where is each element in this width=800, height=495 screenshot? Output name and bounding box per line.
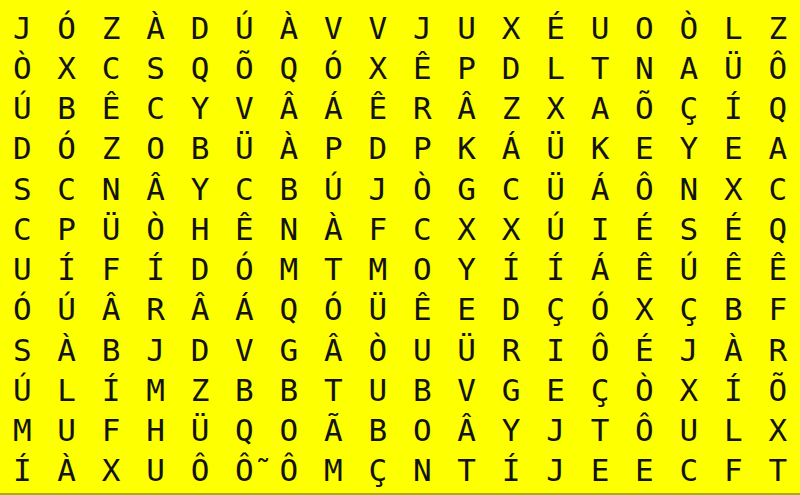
grid-cell[interactable]: U	[667, 411, 711, 451]
grid-cell[interactable]: Â	[444, 411, 488, 451]
grid-cell[interactable]: Ô	[578, 330, 622, 370]
grid-cell[interactable]: L	[44, 370, 88, 410]
grid-cell[interactable]: U	[133, 451, 177, 491]
grid-cell[interactable]: E	[444, 290, 488, 330]
grid-cell[interactable]: E	[622, 129, 666, 169]
grid-cell[interactable]: T	[444, 451, 488, 491]
grid-cell[interactable]: À	[267, 129, 311, 169]
grid-cell[interactable]: B	[222, 370, 266, 410]
grid-cell[interactable]: É	[711, 209, 755, 249]
grid-cell[interactable]: S	[0, 169, 44, 209]
grid-cell[interactable]: B	[711, 290, 755, 330]
grid-cell[interactable]: Q	[178, 48, 222, 88]
grid-cell[interactable]: U	[0, 250, 44, 290]
grid-cell[interactable]: V	[222, 330, 266, 370]
grid-cell[interactable]: Z	[489, 89, 533, 129]
grid-cell[interactable]: Ò	[0, 48, 44, 88]
grid-cell[interactable]: K	[444, 129, 488, 169]
grid-cell[interactable]: C	[756, 169, 800, 209]
grid-cell[interactable]: Ô	[756, 48, 800, 88]
grid-cell[interactable]: X	[533, 89, 577, 129]
grid-cell[interactable]: Â	[444, 89, 488, 129]
grid-cell[interactable]: N	[89, 169, 133, 209]
grid-cell[interactable]: J	[400, 8, 444, 48]
grid-cell[interactable]: T	[311, 250, 355, 290]
grid-cell[interactable]: C	[0, 209, 44, 249]
grid-cell[interactable]: S	[133, 48, 177, 88]
grid-cell[interactable]: Ç	[667, 89, 711, 129]
grid-cell[interactable]: Â	[178, 290, 222, 330]
grid-cell[interactable]: Ã	[311, 411, 355, 451]
grid-cell[interactable]: U	[356, 370, 400, 410]
grid-cell[interactable]: É	[533, 8, 577, 48]
grid-cell[interactable]: P	[44, 209, 88, 249]
grid-cell[interactable]: Ü	[533, 169, 577, 209]
grid-cell[interactable]: P	[400, 129, 444, 169]
grid-cell[interactable]: Ü	[178, 411, 222, 451]
grid-cell[interactable]: V	[311, 8, 355, 48]
grid-cell[interactable]: Ỗ	[222, 451, 266, 491]
grid-cell[interactable]: E	[711, 129, 755, 169]
grid-cell[interactable]: M	[311, 451, 355, 491]
grid-cell[interactable]: Â	[89, 290, 133, 330]
grid-cell[interactable]: Ô	[178, 451, 222, 491]
grid-cell[interactable]: Y	[178, 89, 222, 129]
grid-cell[interactable]: À	[133, 8, 177, 48]
grid-cell[interactable]: C	[222, 169, 266, 209]
grid-cell[interactable]: F	[711, 451, 755, 491]
grid-cell[interactable]: B	[44, 89, 88, 129]
grid-cell[interactable]: Ü	[89, 209, 133, 249]
grid-cell[interactable]: Ô	[622, 169, 666, 209]
grid-cell[interactable]: Ü	[444, 330, 488, 370]
grid-cell[interactable]: F	[356, 209, 400, 249]
grid-cell[interactable]: Z	[89, 8, 133, 48]
grid-cell[interactable]: Q	[756, 209, 800, 249]
grid-cell[interactable]: B	[267, 370, 311, 410]
grid-cell[interactable]: R	[756, 330, 800, 370]
grid-cell[interactable]: Ê	[89, 89, 133, 129]
grid-cell[interactable]: Â	[133, 169, 177, 209]
grid-cell[interactable]: Ê	[622, 250, 666, 290]
grid-cell[interactable]: Á	[578, 250, 622, 290]
grid-cell[interactable]: B	[89, 330, 133, 370]
grid-cell[interactable]: N	[400, 451, 444, 491]
grid-cell[interactable]: B	[267, 169, 311, 209]
grid-cell[interactable]: O	[400, 411, 444, 451]
grid-cell[interactable]: Q	[267, 290, 311, 330]
grid-cell[interactable]: E	[622, 451, 666, 491]
grid-cell[interactable]: Ú	[44, 290, 88, 330]
grid-cell[interactable]: Ó	[311, 290, 355, 330]
grid-cell[interactable]: T	[756, 451, 800, 491]
grid-cell[interactable]: D	[356, 129, 400, 169]
grid-cell[interactable]: Q	[756, 89, 800, 129]
grid-cell[interactable]: M	[356, 250, 400, 290]
grid-cell[interactable]: Ç	[533, 290, 577, 330]
grid-cell[interactable]: M	[0, 411, 44, 451]
grid-cell[interactable]: Â	[311, 330, 355, 370]
grid-cell[interactable]: Ü	[711, 48, 755, 88]
grid-cell[interactable]: Ç	[356, 451, 400, 491]
grid-cell[interactable]: Q	[267, 48, 311, 88]
grid-cell[interactable]: Á	[311, 89, 355, 129]
grid-cell[interactable]: C	[133, 89, 177, 129]
grid-cell[interactable]: C	[44, 169, 88, 209]
grid-cell[interactable]: X	[356, 48, 400, 88]
grid-cell[interactable]: T	[578, 411, 622, 451]
grid-cell[interactable]: J	[133, 330, 177, 370]
grid-cell[interactable]: Í	[489, 451, 533, 491]
grid-cell[interactable]: Í	[533, 250, 577, 290]
grid-cell[interactable]: Ú	[222, 8, 266, 48]
grid-cell[interactable]: Í	[44, 250, 88, 290]
grid-cell[interactable]: Ò	[133, 209, 177, 249]
grid-cell[interactable]: Q	[222, 411, 266, 451]
grid-cell[interactable]: X	[667, 370, 711, 410]
grid-cell[interactable]: Ê	[711, 250, 755, 290]
grid-cell[interactable]: H	[178, 209, 222, 249]
grid-cell[interactable]: Ò	[667, 8, 711, 48]
grid-cell[interactable]: E	[533, 370, 577, 410]
grid-cell[interactable]: Í	[89, 370, 133, 410]
grid-cell[interactable]: I	[533, 330, 577, 370]
grid-cell[interactable]: F	[89, 411, 133, 451]
grid-cell[interactable]: J	[533, 451, 577, 491]
grid-cell[interactable]: Ú	[0, 370, 44, 410]
grid-cell[interactable]: M	[267, 250, 311, 290]
grid-cell[interactable]: B	[356, 411, 400, 451]
grid-cell[interactable]: G	[444, 169, 488, 209]
grid-cell[interactable]: D	[178, 250, 222, 290]
grid-cell[interactable]: N	[667, 169, 711, 209]
grid-cell[interactable]: V	[222, 89, 266, 129]
grid-cell[interactable]: Ô	[267, 451, 311, 491]
grid-cell[interactable]: Í	[711, 370, 755, 410]
grid-cell[interactable]: O	[267, 411, 311, 451]
grid-cell[interactable]: E	[578, 451, 622, 491]
grid-cell[interactable]: Ú	[533, 209, 577, 249]
grid-cell[interactable]: Y	[667, 129, 711, 169]
grid-cell[interactable]: T	[311, 370, 355, 410]
grid-cell[interactable]: D	[489, 48, 533, 88]
grid-cell[interactable]: Õ	[622, 89, 666, 129]
grid-cell[interactable]: G	[267, 330, 311, 370]
grid-cell[interactable]: S	[667, 209, 711, 249]
grid-cell[interactable]: Õ	[222, 48, 266, 88]
grid-cell[interactable]: U	[400, 330, 444, 370]
grid-cell[interactable]: Á	[578, 169, 622, 209]
grid-cell[interactable]: F	[89, 250, 133, 290]
grid-cell[interactable]: Ó	[44, 129, 88, 169]
grid-cell[interactable]: À	[711, 330, 755, 370]
grid-cell[interactable]: Á	[489, 129, 533, 169]
grid-cell[interactable]: Í	[711, 89, 755, 129]
grid-cell[interactable]: N	[267, 209, 311, 249]
grid-cell[interactable]: T	[578, 48, 622, 88]
grid-cell[interactable]: J	[356, 169, 400, 209]
grid-cell[interactable]: Ê	[400, 290, 444, 330]
grid-cell[interactable]: X	[489, 209, 533, 249]
grid-cell[interactable]: Ú	[667, 250, 711, 290]
grid-cell[interactable]: Í	[0, 451, 44, 491]
grid-cell[interactable]: J	[0, 8, 44, 48]
grid-cell[interactable]: N	[622, 48, 666, 88]
grid-cell[interactable]: A	[578, 89, 622, 129]
grid-cell[interactable]: À	[44, 330, 88, 370]
grid-cell[interactable]: X	[44, 48, 88, 88]
grid-cell[interactable]: H	[133, 411, 177, 451]
grid-cell[interactable]: À	[44, 451, 88, 491]
grid-cell[interactable]: Ü	[356, 290, 400, 330]
grid-cell[interactable]: K	[578, 129, 622, 169]
grid-cell[interactable]: Ò	[400, 169, 444, 209]
grid-cell[interactable]: L	[533, 48, 577, 88]
grid-cell[interactable]: Z	[178, 370, 222, 410]
grid-cell[interactable]: À	[311, 209, 355, 249]
word-search-board: JÓZÀDÚÀVVJUXÉUOÒLZÒXCSQÕQÓXÊPDLTNAÜÔÚBÊC…	[0, 0, 800, 495]
grid-cell[interactable]: X	[622, 290, 666, 330]
grid-cell[interactable]: X	[89, 451, 133, 491]
grid-cell[interactable]: J	[667, 330, 711, 370]
grid-cell[interactable]: A	[667, 48, 711, 88]
grid-cell[interactable]: A	[756, 129, 800, 169]
grid-cell[interactable]: Ó	[222, 250, 266, 290]
grid-cell[interactable]: À	[267, 8, 311, 48]
grid-cell[interactable]: C	[489, 169, 533, 209]
grid-cell[interactable]: Y	[489, 411, 533, 451]
grid-cell[interactable]: Y	[444, 250, 488, 290]
grid-cell[interactable]: Í	[489, 250, 533, 290]
grid-cell[interactable]: Ó	[0, 290, 44, 330]
grid-cell[interactable]: V	[444, 370, 488, 410]
grid-cell[interactable]: Ú	[311, 169, 355, 209]
grid-cell[interactable]: L	[711, 8, 755, 48]
grid-cell[interactable]: D	[489, 290, 533, 330]
grid-cell[interactable]: L	[711, 411, 755, 451]
grid-cell[interactable]: Ü	[533, 129, 577, 169]
grid-cell[interactable]: U	[44, 411, 88, 451]
grid-cell[interactable]: B	[400, 370, 444, 410]
grid-cell[interactable]: Õ	[756, 370, 800, 410]
grid-cell[interactable]: Ç	[667, 290, 711, 330]
grid-cell[interactable]: Ê	[356, 89, 400, 129]
grid-cell[interactable]: U	[578, 8, 622, 48]
grid-cell[interactable]: X	[444, 209, 488, 249]
grid-cell[interactable]: O	[622, 8, 666, 48]
grid-cell[interactable]: G	[489, 370, 533, 410]
grid-cell[interactable]: O	[133, 129, 177, 169]
grid-cell[interactable]: J	[533, 411, 577, 451]
grid-cell[interactable]: R	[400, 89, 444, 129]
grid-cell[interactable]: R	[133, 290, 177, 330]
grid-cell[interactable]: É	[622, 209, 666, 249]
grid-cell[interactable]: Ó	[578, 290, 622, 330]
grid-cell[interactable]: Á	[222, 290, 266, 330]
grid-cell[interactable]: Ô	[622, 411, 666, 451]
grid-cell[interactable]: Ó	[44, 8, 88, 48]
grid-cell[interactable]: S	[0, 330, 44, 370]
grid-cell[interactable]: X	[711, 169, 755, 209]
grid-cell[interactable]: D	[178, 330, 222, 370]
grid-cell[interactable]: Ç	[578, 370, 622, 410]
grid-cell[interactable]: C	[667, 451, 711, 491]
grid-cell[interactable]: I	[578, 209, 622, 249]
grid-cell[interactable]: D	[0, 129, 44, 169]
grid-cell[interactable]: P	[311, 129, 355, 169]
grid-cell[interactable]: O	[400, 250, 444, 290]
grid-cell[interactable]: Í	[133, 250, 177, 290]
grid-cell[interactable]: D	[178, 8, 222, 48]
grid-cell[interactable]: C	[400, 209, 444, 249]
grid-cell[interactable]: C	[89, 48, 133, 88]
grid-cell[interactable]: É	[622, 330, 666, 370]
grid-cell[interactable]: F	[756, 290, 800, 330]
grid-cell[interactable]: Y	[178, 169, 222, 209]
grid-cell[interactable]: Â	[267, 89, 311, 129]
grid-cell[interactable]: Ê	[756, 250, 800, 290]
grid-cell[interactable]: X	[489, 8, 533, 48]
grid-cell[interactable]: Ê	[400, 48, 444, 88]
grid-cell[interactable]: Z	[756, 8, 800, 48]
grid-cell[interactable]: Ò	[356, 330, 400, 370]
grid-cell[interactable]: Ê	[222, 209, 266, 249]
grid-cell[interactable]: V	[356, 8, 400, 48]
grid-cell[interactable]: B	[178, 129, 222, 169]
grid-cell[interactable]: Ó	[311, 48, 355, 88]
grid-cell[interactable]: Z	[89, 129, 133, 169]
grid-cell[interactable]: Ü	[222, 129, 266, 169]
grid-cell[interactable]: U	[444, 8, 488, 48]
grid-cell[interactable]: Ò	[622, 370, 666, 410]
grid-cell[interactable]: P	[444, 48, 488, 88]
grid-cell[interactable]: X	[756, 411, 800, 451]
grid-cell[interactable]: Ú	[0, 89, 44, 129]
grid-cell[interactable]: R	[489, 330, 533, 370]
grid-cell[interactable]: M	[133, 370, 177, 410]
